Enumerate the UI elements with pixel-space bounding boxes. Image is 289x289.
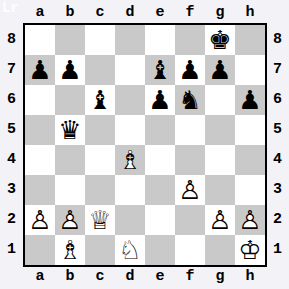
file-label-bottom-e: e bbox=[145, 266, 175, 288]
piece-white-pawn[interactable]: ♟♙ bbox=[205, 205, 235, 235]
square-c1[interactable] bbox=[85, 235, 115, 265]
square-c4[interactable] bbox=[85, 145, 115, 175]
square-e8[interactable] bbox=[145, 25, 175, 55]
square-b1[interactable]: ♝♗ bbox=[55, 235, 85, 265]
white-pawn-glyph: ♙ bbox=[205, 205, 235, 235]
square-e3[interactable] bbox=[145, 175, 175, 205]
square-f3[interactable]: ♟♙ bbox=[175, 175, 205, 205]
white-pawn-glyph: ♙ bbox=[25, 205, 55, 235]
black-knight-glyph: ♞ bbox=[175, 85, 205, 115]
square-e7[interactable]: ♝ bbox=[145, 55, 175, 85]
square-f5[interactable] bbox=[175, 115, 205, 145]
square-b6[interactable] bbox=[55, 85, 85, 115]
piece-white-pawn[interactable]: ♟♙ bbox=[25, 205, 55, 235]
square-f6[interactable]: ♞ bbox=[175, 85, 205, 115]
file-label-top-a: a bbox=[25, 2, 55, 23]
file-label-bottom-g: g bbox=[205, 266, 235, 288]
file-label-top-d: d bbox=[115, 2, 145, 23]
square-b4[interactable] bbox=[55, 145, 85, 175]
square-c8[interactable] bbox=[85, 25, 115, 55]
black-bishop-glyph: ♝ bbox=[85, 85, 115, 115]
square-d6[interactable] bbox=[115, 85, 145, 115]
square-d1[interactable]: ♞♘ bbox=[115, 235, 145, 265]
piece-black-bishop[interactable]: ♝ bbox=[145, 55, 175, 85]
file-label-top-g: g bbox=[205, 2, 235, 23]
square-g7[interactable]: ♟ bbox=[205, 55, 235, 85]
square-b5[interactable]: ♛ bbox=[55, 115, 85, 145]
piece-black-king[interactable]: ♚ bbox=[205, 25, 235, 55]
black-pawn-glyph: ♟ bbox=[55, 55, 85, 85]
chess-board: ♚♟♟♝♟♟♝♟♞♟♛♝♗♟♙♟♙♟♙♛♕♟♙♟♙♝♗♞♘♚♔ bbox=[23, 23, 267, 267]
square-h2[interactable]: ♟♙ bbox=[235, 205, 265, 235]
square-h4[interactable] bbox=[235, 145, 265, 175]
rank-label-right-2: 2 bbox=[266, 205, 289, 235]
file-label-bottom-b: b bbox=[55, 266, 85, 288]
square-g6[interactable] bbox=[205, 85, 235, 115]
white-pawn-glyph: ♙ bbox=[55, 205, 85, 235]
rank-label-right-7: 7 bbox=[266, 55, 289, 85]
white-pawn-glyph: ♙ bbox=[175, 175, 205, 205]
piece-white-pawn[interactable]: ♟♙ bbox=[235, 205, 265, 235]
rank-label-right-6: 6 bbox=[266, 85, 289, 115]
file-label-top-h: h bbox=[235, 2, 265, 23]
square-e5[interactable] bbox=[145, 115, 175, 145]
black-pawn-glyph: ♟ bbox=[175, 55, 205, 85]
square-d7[interactable] bbox=[115, 55, 145, 85]
rank-label-left-1: 1 bbox=[0, 235, 23, 265]
white-knight-glyph: ♘ bbox=[115, 235, 145, 265]
square-h6[interactable]: ♟ bbox=[235, 85, 265, 115]
black-queen-glyph: ♛ bbox=[55, 115, 85, 145]
file-label-bottom-c: c bbox=[85, 266, 115, 288]
file-label-top-e: e bbox=[145, 2, 175, 23]
square-h7[interactable] bbox=[235, 55, 265, 85]
white-bishop-glyph: ♗ bbox=[55, 235, 85, 265]
piece-black-pawn[interactable]: ♟ bbox=[55, 55, 85, 85]
square-e6[interactable]: ♟ bbox=[145, 85, 175, 115]
square-c5[interactable] bbox=[85, 115, 115, 145]
square-a7[interactable]: ♟ bbox=[25, 55, 55, 85]
piece-white-pawn[interactable]: ♟♙ bbox=[55, 205, 85, 235]
piece-white-queen[interactable]: ♛♕ bbox=[85, 205, 115, 235]
rank-label-left-2: 2 bbox=[0, 205, 23, 235]
rank-label-left-5: 5 bbox=[0, 115, 23, 145]
square-h5[interactable] bbox=[235, 115, 265, 145]
piece-black-queen[interactable]: ♛ bbox=[55, 115, 85, 145]
file-label-bottom-a: a bbox=[25, 266, 55, 288]
square-f8[interactable] bbox=[175, 25, 205, 55]
square-h1[interactable]: ♚♔ bbox=[235, 235, 265, 265]
square-d3[interactable] bbox=[115, 175, 145, 205]
square-c3[interactable] bbox=[85, 175, 115, 205]
black-king-glyph: ♚ bbox=[205, 25, 235, 55]
black-pawn-glyph: ♟ bbox=[235, 85, 265, 115]
black-pawn-glyph: ♟ bbox=[145, 85, 175, 115]
logo-watermark: Lr bbox=[2, 0, 19, 16]
rank-label-left-3: 3 bbox=[0, 175, 23, 205]
black-pawn-glyph: ♟ bbox=[25, 55, 55, 85]
square-b3[interactable] bbox=[55, 175, 85, 205]
square-d5[interactable] bbox=[115, 115, 145, 145]
square-f2[interactable] bbox=[175, 205, 205, 235]
file-label-top-b: b bbox=[55, 2, 85, 23]
chess-diagram: Lr ♚♟♟♝♟♟♝♟♞♟♛♝♗♟♙♟♙♟♙♛♕♟♙♟♙♝♗♞♘♚♔ abcde… bbox=[0, 0, 289, 289]
piece-white-bishop[interactable]: ♝♗ bbox=[55, 235, 85, 265]
white-king-glyph: ♔ bbox=[235, 235, 265, 265]
square-a6[interactable] bbox=[25, 85, 55, 115]
piece-black-pawn[interactable]: ♟ bbox=[205, 55, 235, 85]
black-pawn-glyph: ♟ bbox=[205, 55, 235, 85]
square-b2[interactable]: ♟♙ bbox=[55, 205, 85, 235]
square-b7[interactable]: ♟ bbox=[55, 55, 85, 85]
white-bishop-glyph: ♗ bbox=[115, 145, 145, 175]
square-g4[interactable] bbox=[205, 145, 235, 175]
white-queen-glyph: ♕ bbox=[85, 205, 115, 235]
piece-white-knight[interactable]: ♞♘ bbox=[115, 235, 145, 265]
square-g1[interactable] bbox=[205, 235, 235, 265]
square-a5[interactable] bbox=[25, 115, 55, 145]
piece-white-bishop[interactable]: ♝♗ bbox=[115, 145, 145, 175]
square-g2[interactable]: ♟♙ bbox=[205, 205, 235, 235]
file-label-bottom-f: f bbox=[175, 266, 205, 288]
square-e2[interactable] bbox=[145, 205, 175, 235]
rank-label-left-8: 8 bbox=[0, 25, 23, 55]
square-g8[interactable]: ♚ bbox=[205, 25, 235, 55]
rank-label-left-6: 6 bbox=[0, 85, 23, 115]
piece-black-pawn[interactable]: ♟ bbox=[145, 85, 175, 115]
rank-label-left-7: 7 bbox=[0, 55, 23, 85]
square-d4[interactable]: ♝♗ bbox=[115, 145, 145, 175]
square-f4[interactable] bbox=[175, 145, 205, 175]
piece-black-pawn[interactable]: ♟ bbox=[25, 55, 55, 85]
rank-label-right-3: 3 bbox=[266, 175, 289, 205]
piece-white-pawn[interactable]: ♟♙ bbox=[175, 175, 205, 205]
rank-label-right-5: 5 bbox=[266, 115, 289, 145]
square-a1[interactable] bbox=[25, 235, 55, 265]
black-bishop-glyph: ♝ bbox=[145, 55, 175, 85]
square-a8[interactable] bbox=[25, 25, 55, 55]
square-d2[interactable] bbox=[115, 205, 145, 235]
piece-black-pawn[interactable]: ♟ bbox=[235, 85, 265, 115]
piece-black-knight[interactable]: ♞ bbox=[175, 85, 205, 115]
square-c2[interactable]: ♛♕ bbox=[85, 205, 115, 235]
square-a4[interactable] bbox=[25, 145, 55, 175]
square-f1[interactable] bbox=[175, 235, 205, 265]
white-pawn-glyph: ♙ bbox=[235, 205, 265, 235]
square-g3[interactable] bbox=[205, 175, 235, 205]
square-d8[interactable] bbox=[115, 25, 145, 55]
rank-label-left-4: 4 bbox=[0, 145, 23, 175]
square-c7[interactable] bbox=[85, 55, 115, 85]
file-label-bottom-d: d bbox=[115, 266, 145, 288]
square-b8[interactable] bbox=[55, 25, 85, 55]
file-label-top-c: c bbox=[85, 2, 115, 23]
square-g5[interactable] bbox=[205, 115, 235, 145]
square-h3[interactable] bbox=[235, 175, 265, 205]
rank-label-right-1: 1 bbox=[266, 235, 289, 265]
piece-black-bishop[interactable]: ♝ bbox=[85, 85, 115, 115]
square-e4[interactable] bbox=[145, 145, 175, 175]
square-e1[interactable] bbox=[145, 235, 175, 265]
square-f7[interactable]: ♟ bbox=[175, 55, 205, 85]
piece-white-king[interactable]: ♚♔ bbox=[235, 235, 265, 265]
file-label-bottom-h: h bbox=[235, 266, 265, 288]
square-c6[interactable]: ♝ bbox=[85, 85, 115, 115]
file-label-top-f: f bbox=[175, 2, 205, 23]
square-a2[interactable]: ♟♙ bbox=[25, 205, 55, 235]
rank-label-right-8: 8 bbox=[266, 25, 289, 55]
rank-label-right-4: 4 bbox=[266, 145, 289, 175]
piece-black-pawn[interactable]: ♟ bbox=[175, 55, 205, 85]
square-h8[interactable] bbox=[235, 25, 265, 55]
square-a3[interactable] bbox=[25, 175, 55, 205]
